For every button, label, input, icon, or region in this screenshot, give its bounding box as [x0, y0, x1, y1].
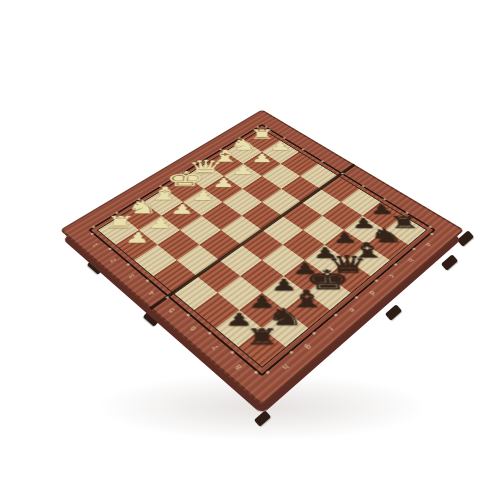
piece-white-pawn-a2: ♟: [259, 141, 302, 152]
clasp-tab: [441, 254, 458, 271]
chess-board: a1b2c3d4e5f6g7h8 ♜♟♟♜♞♟♟♞♝♟♟♝♛♟♟♛♚♟♟♚♝♟♟…: [60, 110, 464, 406]
board-scene: a1b2c3d4e5f6g7h8 ♜♟♟♜♞♟♟♞♝♟♟♝♛♟♟♛♚♟♟♚♝♟♟…: [119, 87, 405, 373]
product-photo: a1b2c3d4e5f6g7h8 ♜♟♟♜♞♟♟♞♝♟♟♝♛♟♟♛♚♟♟♚♝♟♟…: [0, 0, 500, 500]
piece-white-rook-h1: ♜: [94, 213, 145, 230]
